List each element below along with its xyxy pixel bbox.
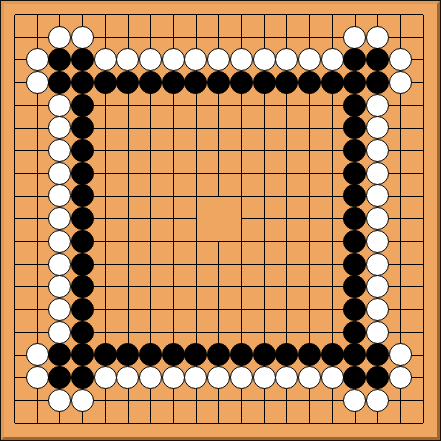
board-point[interactable] bbox=[366, 162, 389, 185]
board-point[interactable] bbox=[253, 117, 276, 140]
board-point[interactable] bbox=[185, 253, 208, 276]
board-point[interactable] bbox=[321, 207, 344, 230]
board-point[interactable] bbox=[298, 49, 321, 72]
board-point[interactable] bbox=[162, 139, 185, 162]
board-point[interactable] bbox=[139, 389, 162, 412]
board-point[interactable] bbox=[117, 117, 140, 140]
board-point[interactable] bbox=[117, 207, 140, 230]
board-point[interactable] bbox=[117, 162, 140, 185]
board-point[interactable] bbox=[253, 275, 276, 298]
board-point[interactable] bbox=[94, 366, 117, 389]
board-point[interactable] bbox=[185, 117, 208, 140]
board-point[interactable] bbox=[139, 94, 162, 117]
board-point[interactable] bbox=[298, 343, 321, 366]
board-point[interactable] bbox=[343, 275, 366, 298]
board-point[interactable] bbox=[412, 389, 435, 412]
board-point[interactable] bbox=[389, 26, 412, 49]
board-point[interactable] bbox=[3, 26, 26, 49]
board-point[interactable] bbox=[139, 275, 162, 298]
board-point[interactable] bbox=[298, 162, 321, 185]
board-point[interactable] bbox=[275, 275, 298, 298]
board-point[interactable] bbox=[412, 139, 435, 162]
board-point[interactable] bbox=[117, 26, 140, 49]
board-point[interactable] bbox=[275, 71, 298, 94]
board-point[interactable] bbox=[71, 185, 94, 208]
board-point[interactable] bbox=[298, 275, 321, 298]
board-point[interactable] bbox=[117, 298, 140, 321]
board-point[interactable] bbox=[275, 117, 298, 140]
board-point[interactable] bbox=[71, 139, 94, 162]
board-point[interactable] bbox=[26, 162, 49, 185]
board-point[interactable] bbox=[139, 230, 162, 253]
board-point[interactable] bbox=[230, 3, 253, 26]
board-point[interactable] bbox=[139, 162, 162, 185]
board-point[interactable] bbox=[366, 298, 389, 321]
board-point[interactable] bbox=[94, 389, 117, 412]
board-point[interactable] bbox=[26, 230, 49, 253]
board-point[interactable] bbox=[26, 412, 49, 435]
board-point[interactable] bbox=[185, 275, 208, 298]
board-point[interactable] bbox=[298, 3, 321, 26]
board-point[interactable] bbox=[275, 366, 298, 389]
board-point[interactable] bbox=[3, 162, 26, 185]
board-point[interactable] bbox=[321, 275, 344, 298]
board-point[interactable] bbox=[298, 94, 321, 117]
board-point[interactable] bbox=[253, 185, 276, 208]
board-point[interactable] bbox=[298, 71, 321, 94]
board-point[interactable] bbox=[162, 275, 185, 298]
board-point[interactable] bbox=[253, 71, 276, 94]
board-point[interactable] bbox=[230, 275, 253, 298]
board-point[interactable] bbox=[49, 117, 72, 140]
board-point[interactable] bbox=[298, 366, 321, 389]
board-point[interactable] bbox=[412, 321, 435, 344]
board-point[interactable] bbox=[207, 366, 230, 389]
board-point[interactable] bbox=[253, 26, 276, 49]
board-point[interactable] bbox=[3, 389, 26, 412]
board-point[interactable] bbox=[26, 253, 49, 276]
board-point[interactable] bbox=[185, 230, 208, 253]
board-point[interactable] bbox=[321, 343, 344, 366]
board-point[interactable] bbox=[185, 71, 208, 94]
board-point[interactable] bbox=[389, 117, 412, 140]
board-point[interactable] bbox=[389, 321, 412, 344]
board-point[interactable] bbox=[343, 389, 366, 412]
board-point[interactable] bbox=[230, 321, 253, 344]
board-point[interactable] bbox=[389, 298, 412, 321]
board-point[interactable] bbox=[162, 71, 185, 94]
board-point[interactable] bbox=[49, 321, 72, 344]
board-point[interactable] bbox=[275, 343, 298, 366]
board-point[interactable] bbox=[139, 3, 162, 26]
board-point[interactable] bbox=[71, 162, 94, 185]
board-point[interactable] bbox=[343, 253, 366, 276]
board-point[interactable] bbox=[94, 162, 117, 185]
board-point[interactable] bbox=[71, 343, 94, 366]
board-point[interactable] bbox=[389, 162, 412, 185]
board-point[interactable] bbox=[366, 49, 389, 72]
board-point[interactable] bbox=[230, 49, 253, 72]
board-point[interactable] bbox=[117, 343, 140, 366]
board-point[interactable] bbox=[253, 162, 276, 185]
board-point[interactable] bbox=[162, 185, 185, 208]
board-point[interactable] bbox=[117, 412, 140, 435]
board-point[interactable] bbox=[139, 71, 162, 94]
board-point[interactable] bbox=[3, 94, 26, 117]
board-point[interactable] bbox=[253, 412, 276, 435]
board-point[interactable] bbox=[49, 185, 72, 208]
board-point[interactable] bbox=[139, 49, 162, 72]
board-point[interactable] bbox=[389, 94, 412, 117]
board-point[interactable] bbox=[162, 298, 185, 321]
board-point[interactable] bbox=[253, 3, 276, 26]
board-point[interactable] bbox=[139, 139, 162, 162]
board-point[interactable] bbox=[162, 366, 185, 389]
board-point[interactable] bbox=[412, 207, 435, 230]
board-point[interactable] bbox=[26, 207, 49, 230]
board-point[interactable] bbox=[26, 3, 49, 26]
board-point[interactable] bbox=[94, 275, 117, 298]
board-point[interactable] bbox=[207, 343, 230, 366]
board-point[interactable] bbox=[162, 230, 185, 253]
board-point[interactable] bbox=[3, 49, 26, 72]
board-point[interactable] bbox=[71, 366, 94, 389]
board-point[interactable] bbox=[3, 139, 26, 162]
board-point[interactable] bbox=[230, 94, 253, 117]
board-point[interactable] bbox=[26, 185, 49, 208]
board-point[interactable] bbox=[275, 94, 298, 117]
board-point[interactable] bbox=[253, 49, 276, 72]
board-point[interactable] bbox=[49, 94, 72, 117]
board-point[interactable] bbox=[343, 207, 366, 230]
board-point[interactable] bbox=[366, 343, 389, 366]
board-point[interactable] bbox=[185, 207, 208, 230]
board-point[interactable] bbox=[185, 162, 208, 185]
board-point[interactable] bbox=[389, 139, 412, 162]
board-point[interactable] bbox=[117, 185, 140, 208]
board-point[interactable] bbox=[389, 389, 412, 412]
board-point[interactable] bbox=[71, 26, 94, 49]
board-point[interactable] bbox=[230, 230, 253, 253]
board-point[interactable] bbox=[343, 321, 366, 344]
board-point[interactable] bbox=[162, 321, 185, 344]
board-point[interactable] bbox=[139, 117, 162, 140]
board-point[interactable] bbox=[321, 389, 344, 412]
board-point[interactable] bbox=[162, 3, 185, 26]
board-point[interactable] bbox=[3, 343, 26, 366]
board-point[interactable] bbox=[49, 26, 72, 49]
board-point[interactable] bbox=[230, 343, 253, 366]
board-point[interactable] bbox=[49, 3, 72, 26]
board-point[interactable] bbox=[298, 139, 321, 162]
board-point[interactable] bbox=[275, 412, 298, 435]
board-point[interactable] bbox=[366, 389, 389, 412]
board-point[interactable] bbox=[117, 275, 140, 298]
board-point[interactable] bbox=[253, 230, 276, 253]
board-point[interactable] bbox=[71, 207, 94, 230]
board-point[interactable] bbox=[275, 321, 298, 344]
board-point[interactable] bbox=[71, 3, 94, 26]
board-point[interactable] bbox=[366, 366, 389, 389]
board-point[interactable] bbox=[389, 366, 412, 389]
board-point[interactable] bbox=[275, 253, 298, 276]
board-point[interactable] bbox=[185, 321, 208, 344]
board-point[interactable] bbox=[389, 71, 412, 94]
board-point[interactable] bbox=[321, 49, 344, 72]
board-point[interactable] bbox=[253, 321, 276, 344]
board-point[interactable] bbox=[207, 49, 230, 72]
board-point[interactable] bbox=[49, 71, 72, 94]
board-point[interactable] bbox=[275, 26, 298, 49]
board-point[interactable] bbox=[139, 185, 162, 208]
board-point[interactable] bbox=[275, 185, 298, 208]
board-point[interactable] bbox=[162, 253, 185, 276]
board-point[interactable] bbox=[343, 139, 366, 162]
board-point[interactable] bbox=[207, 298, 230, 321]
board-point[interactable] bbox=[389, 3, 412, 26]
board-point[interactable] bbox=[389, 343, 412, 366]
board-point[interactable] bbox=[321, 117, 344, 140]
board-point[interactable] bbox=[253, 389, 276, 412]
board-point[interactable] bbox=[298, 389, 321, 412]
board-point[interactable] bbox=[3, 207, 26, 230]
board-point[interactable] bbox=[94, 185, 117, 208]
board-point[interactable] bbox=[26, 389, 49, 412]
board-point[interactable] bbox=[207, 162, 230, 185]
board-point[interactable] bbox=[321, 366, 344, 389]
board-point[interactable] bbox=[3, 298, 26, 321]
board-point[interactable] bbox=[139, 207, 162, 230]
board-point[interactable] bbox=[366, 117, 389, 140]
board-point[interactable] bbox=[343, 26, 366, 49]
board-point[interactable] bbox=[230, 412, 253, 435]
board-point[interactable] bbox=[71, 230, 94, 253]
board-point[interactable] bbox=[49, 139, 72, 162]
board-point[interactable] bbox=[71, 321, 94, 344]
board-point[interactable] bbox=[253, 253, 276, 276]
board-point[interactable] bbox=[207, 253, 230, 276]
board-point[interactable] bbox=[162, 49, 185, 72]
board-point[interactable] bbox=[298, 26, 321, 49]
board-point[interactable] bbox=[230, 185, 253, 208]
board-point[interactable] bbox=[275, 3, 298, 26]
board-point[interactable] bbox=[298, 298, 321, 321]
stones-grid[interactable] bbox=[3, 3, 434, 434]
board-point[interactable] bbox=[275, 139, 298, 162]
board-point[interactable] bbox=[3, 71, 26, 94]
board-point[interactable] bbox=[366, 26, 389, 49]
board-point[interactable] bbox=[49, 298, 72, 321]
board-point[interactable] bbox=[275, 207, 298, 230]
board-point[interactable] bbox=[117, 230, 140, 253]
board-point[interactable] bbox=[49, 343, 72, 366]
board-point[interactable] bbox=[207, 389, 230, 412]
board-point[interactable] bbox=[117, 366, 140, 389]
board-point[interactable] bbox=[298, 117, 321, 140]
board-point[interactable] bbox=[230, 253, 253, 276]
board-point[interactable] bbox=[26, 94, 49, 117]
board-point[interactable] bbox=[412, 49, 435, 72]
board-point[interactable] bbox=[71, 71, 94, 94]
board-point[interactable] bbox=[412, 253, 435, 276]
board-point[interactable] bbox=[321, 253, 344, 276]
board-point[interactable] bbox=[207, 275, 230, 298]
board-point[interactable] bbox=[230, 71, 253, 94]
board-point[interactable] bbox=[389, 207, 412, 230]
board-point[interactable] bbox=[94, 253, 117, 276]
board-point[interactable] bbox=[49, 49, 72, 72]
board-point[interactable] bbox=[185, 389, 208, 412]
board-point[interactable] bbox=[139, 253, 162, 276]
board-point[interactable] bbox=[275, 298, 298, 321]
board-point[interactable] bbox=[162, 117, 185, 140]
board-point[interactable] bbox=[26, 49, 49, 72]
board-point[interactable] bbox=[94, 94, 117, 117]
board-point[interactable] bbox=[139, 343, 162, 366]
board-point[interactable] bbox=[26, 321, 49, 344]
board-point[interactable] bbox=[49, 207, 72, 230]
board-point[interactable] bbox=[253, 298, 276, 321]
board-point[interactable] bbox=[366, 185, 389, 208]
board-point[interactable] bbox=[185, 412, 208, 435]
board-point[interactable] bbox=[366, 275, 389, 298]
board-point[interactable] bbox=[321, 230, 344, 253]
board-point[interactable] bbox=[26, 71, 49, 94]
board-point[interactable] bbox=[185, 185, 208, 208]
board-point[interactable] bbox=[117, 3, 140, 26]
board-point[interactable] bbox=[71, 117, 94, 140]
board-point[interactable] bbox=[94, 321, 117, 344]
board-point[interactable] bbox=[230, 389, 253, 412]
board-point[interactable] bbox=[71, 412, 94, 435]
board-point[interactable] bbox=[207, 412, 230, 435]
board-point[interactable] bbox=[321, 94, 344, 117]
board-point[interactable] bbox=[321, 298, 344, 321]
board-point[interactable] bbox=[412, 71, 435, 94]
board-point[interactable] bbox=[412, 412, 435, 435]
board-point[interactable] bbox=[3, 185, 26, 208]
board-point[interactable] bbox=[117, 389, 140, 412]
board-point[interactable] bbox=[343, 3, 366, 26]
board-point[interactable] bbox=[389, 230, 412, 253]
board-point[interactable] bbox=[26, 26, 49, 49]
board-point[interactable] bbox=[412, 162, 435, 185]
board-point[interactable] bbox=[94, 26, 117, 49]
board-point[interactable] bbox=[162, 94, 185, 117]
board-point[interactable] bbox=[207, 117, 230, 140]
board-point[interactable] bbox=[49, 230, 72, 253]
board-point[interactable] bbox=[207, 139, 230, 162]
board-point[interactable] bbox=[117, 321, 140, 344]
board-point[interactable] bbox=[298, 253, 321, 276]
board-point[interactable] bbox=[275, 230, 298, 253]
board-point[interactable] bbox=[94, 71, 117, 94]
board-point[interactable] bbox=[71, 94, 94, 117]
board-point[interactable] bbox=[321, 321, 344, 344]
board-point[interactable] bbox=[207, 230, 230, 253]
board-point[interactable] bbox=[366, 230, 389, 253]
board-point[interactable] bbox=[207, 321, 230, 344]
board-point[interactable] bbox=[412, 366, 435, 389]
board-point[interactable] bbox=[230, 117, 253, 140]
board-point[interactable] bbox=[49, 366, 72, 389]
board-point[interactable] bbox=[185, 3, 208, 26]
board-point[interactable] bbox=[366, 207, 389, 230]
board-point[interactable] bbox=[3, 253, 26, 276]
board-point[interactable] bbox=[207, 185, 230, 208]
board-point[interactable] bbox=[275, 49, 298, 72]
board-point[interactable] bbox=[3, 321, 26, 344]
board-point[interactable] bbox=[71, 49, 94, 72]
board-point[interactable] bbox=[94, 298, 117, 321]
board-point[interactable] bbox=[412, 3, 435, 26]
board-point[interactable] bbox=[343, 71, 366, 94]
board-point[interactable] bbox=[321, 162, 344, 185]
board-point[interactable] bbox=[162, 162, 185, 185]
board-point[interactable] bbox=[343, 117, 366, 140]
board-point[interactable] bbox=[94, 3, 117, 26]
board-point[interactable] bbox=[253, 366, 276, 389]
board-point[interactable] bbox=[26, 139, 49, 162]
board-point[interactable] bbox=[343, 185, 366, 208]
board-point[interactable] bbox=[230, 366, 253, 389]
board-point[interactable] bbox=[185, 298, 208, 321]
board-point[interactable] bbox=[71, 253, 94, 276]
board-point[interactable] bbox=[412, 117, 435, 140]
board-point[interactable] bbox=[321, 185, 344, 208]
board-point[interactable] bbox=[366, 3, 389, 26]
board-point[interactable] bbox=[343, 49, 366, 72]
board-point[interactable] bbox=[139, 26, 162, 49]
board-point[interactable] bbox=[366, 94, 389, 117]
board-point[interactable] bbox=[366, 412, 389, 435]
board-point[interactable] bbox=[298, 230, 321, 253]
board-point[interactable] bbox=[366, 71, 389, 94]
board-point[interactable] bbox=[343, 298, 366, 321]
board-point[interactable] bbox=[366, 139, 389, 162]
board-point[interactable] bbox=[71, 298, 94, 321]
board-point[interactable] bbox=[3, 117, 26, 140]
board-point[interactable] bbox=[412, 230, 435, 253]
board-point[interactable] bbox=[389, 49, 412, 72]
board-point[interactable] bbox=[321, 71, 344, 94]
board-point[interactable] bbox=[343, 94, 366, 117]
board-point[interactable] bbox=[207, 207, 230, 230]
board-point[interactable] bbox=[3, 275, 26, 298]
board-point[interactable] bbox=[343, 343, 366, 366]
board-point[interactable] bbox=[389, 253, 412, 276]
board-point[interactable] bbox=[3, 3, 26, 26]
board-point[interactable] bbox=[230, 26, 253, 49]
board-point[interactable] bbox=[321, 139, 344, 162]
board-point[interactable] bbox=[389, 275, 412, 298]
board-point[interactable] bbox=[230, 139, 253, 162]
board-point[interactable] bbox=[3, 366, 26, 389]
board-point[interactable] bbox=[162, 343, 185, 366]
board-point[interactable] bbox=[162, 207, 185, 230]
board-point[interactable] bbox=[321, 3, 344, 26]
board-point[interactable] bbox=[207, 94, 230, 117]
board-point[interactable] bbox=[253, 139, 276, 162]
board-point[interactable] bbox=[275, 162, 298, 185]
board-point[interactable] bbox=[185, 94, 208, 117]
board-point[interactable] bbox=[253, 94, 276, 117]
board-point[interactable] bbox=[185, 343, 208, 366]
board-point[interactable] bbox=[412, 94, 435, 117]
board-point[interactable] bbox=[412, 343, 435, 366]
board-point[interactable] bbox=[71, 389, 94, 412]
board-point[interactable] bbox=[185, 366, 208, 389]
